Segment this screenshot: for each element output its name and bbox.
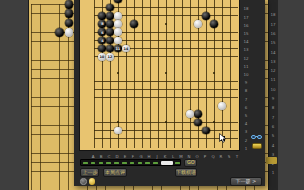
- row-number: 16: [244, 23, 249, 28]
- glasses-icon[interactable]: [251, 134, 263, 141]
- white-stone: [65, 28, 74, 37]
- column-label: C: [107, 154, 111, 159]
- move-number: 8: [101, 22, 103, 26]
- bg-row-number: 14: [271, 50, 276, 55]
- slider-tick: [138, 162, 143, 165]
- row-number: 15: [244, 31, 249, 36]
- row-number: 12: [244, 56, 249, 61]
- column-label: J: [155, 154, 159, 159]
- slider-tick: [175, 162, 180, 165]
- black-stone: [202, 12, 210, 20]
- main-go-window: 86411141012 ABCDEFGHJKLMNOPQRST 18171615…: [74, 0, 265, 186]
- black-stone: [65, 0, 74, 9]
- row-number: 7: [244, 97, 249, 102]
- slider-tick: [106, 162, 111, 165]
- column-label: B: [99, 154, 103, 159]
- column-label: E: [123, 154, 127, 159]
- move-number: 4: [101, 38, 103, 42]
- row-number: 6: [244, 105, 249, 110]
- black-stone: 6: [98, 28, 106, 36]
- bg-row-number: 12: [271, 68, 276, 73]
- row-number: 2: [244, 138, 249, 143]
- black-stone: [65, 9, 74, 18]
- black-stone: 4: [98, 37, 106, 45]
- yellow-stone-icon[interactable]: [89, 178, 96, 185]
- move-number: 14: [124, 46, 128, 50]
- move-number: 6: [101, 30, 103, 34]
- glasses-bridge: [256, 136, 259, 137]
- bg-row-number: 10: [271, 87, 276, 92]
- bg-row-number: 17: [271, 22, 276, 27]
- black-stone: [106, 28, 114, 36]
- move-number: 12: [108, 55, 112, 59]
- black-stone: [98, 12, 106, 20]
- bg-row-number: 5: [271, 133, 276, 138]
- row-number: 17: [244, 15, 249, 20]
- black-stone: [194, 119, 202, 127]
- black-stone: [106, 4, 114, 12]
- row-number: 9: [244, 80, 249, 85]
- column-label: N: [187, 154, 191, 159]
- slider-tick: [145, 162, 150, 165]
- mouse-cursor: [219, 133, 227, 143]
- white-stone: 14: [122, 45, 130, 53]
- column-label: L: [171, 154, 175, 159]
- row-number: 10: [244, 72, 249, 77]
- bg-row-number: 9: [271, 96, 276, 101]
- white-stone: [186, 110, 194, 118]
- black-stone: [106, 37, 114, 45]
- white-stone: [218, 102, 226, 110]
- column-label: T: [235, 154, 239, 159]
- column-label: R: [219, 154, 223, 159]
- review-button[interactable]: 本局点评: [103, 168, 127, 177]
- bg-row-number: 4: [271, 143, 276, 148]
- white-stone: [114, 20, 122, 28]
- gray-stone-icon[interactable]: [80, 178, 87, 185]
- row-number: 14: [244, 39, 249, 44]
- main-go-board[interactable]: 86411141012: [79, 0, 240, 151]
- slider-tick: [130, 162, 135, 165]
- column-label: M: [179, 154, 183, 159]
- row-number: 18: [244, 7, 249, 12]
- bg-row-number: 18: [271, 13, 276, 18]
- prev-move-button[interactable]: 上一步: [80, 168, 99, 177]
- black-stone: [194, 110, 202, 118]
- bg-row-number: 15: [271, 40, 276, 45]
- row-number: 11: [244, 64, 249, 69]
- bg-row-number: 1: [271, 171, 276, 176]
- black-stone: [210, 20, 218, 28]
- column-label: Q: [211, 154, 215, 159]
- next-problem-button[interactable]: 下一题 >: [230, 177, 262, 187]
- column-label: P: [203, 154, 207, 159]
- black-stone: [130, 20, 138, 28]
- black-stone: [106, 12, 114, 20]
- row-number: 4: [244, 121, 249, 126]
- go-button[interactable]: GO: [184, 159, 197, 167]
- star-point: [165, 23, 167, 25]
- next-problem-label: 下一题 >: [236, 178, 257, 185]
- bg-row-number: 13: [271, 59, 276, 64]
- column-label: G: [139, 154, 143, 159]
- row-number: 8: [244, 89, 249, 94]
- black-stone: [202, 127, 210, 135]
- slider-tick: [91, 162, 96, 165]
- bg-row-number: 8: [271, 106, 276, 111]
- slider-tick: [83, 162, 88, 165]
- black-stone: [106, 45, 114, 53]
- go-button-label: GO: [187, 160, 195, 166]
- desktop: 181716151413121110987654321 86411141012 …: [0, 0, 304, 190]
- bg-row-number: 16: [271, 31, 276, 36]
- move-number: 10: [100, 55, 104, 59]
- white-stone: [114, 37, 122, 45]
- white-stone: [114, 12, 122, 20]
- slider-tick: [122, 162, 127, 165]
- black-stone: 11: [114, 45, 122, 53]
- black-stone: [55, 28, 64, 37]
- column-label: O: [195, 154, 199, 159]
- column-label: S: [227, 154, 231, 159]
- column-label: F: [131, 154, 135, 159]
- bg-row-number: 6: [271, 124, 276, 129]
- black-stone: [106, 20, 114, 28]
- background-toolbar-fragment: [266, 157, 277, 164]
- move-number: 11: [116, 46, 120, 50]
- row-number: 3: [244, 130, 249, 135]
- prev-move-label: 上一步: [82, 169, 97, 176]
- bg-row-number: 11: [271, 78, 276, 83]
- black-stone: 8: [98, 20, 106, 28]
- row-number: 13: [244, 48, 249, 53]
- download-sgf-label: 下载棋谱: [176, 169, 196, 176]
- row-number: 1: [244, 146, 249, 151]
- slider-tick: [99, 162, 104, 165]
- white-stone: 12: [106, 53, 114, 61]
- white-stone: [114, 28, 122, 36]
- column-label: A: [91, 154, 95, 159]
- slider-tick: [153, 162, 158, 165]
- column-label: K: [163, 154, 167, 159]
- white-stone: [114, 127, 122, 135]
- row-number: 5: [244, 113, 249, 118]
- bg-row-number: 7: [271, 115, 276, 120]
- slider-handle[interactable]: [161, 161, 173, 166]
- move-slider[interactable]: [80, 159, 181, 166]
- download-sgf-button[interactable]: 下载棋谱: [175, 168, 197, 177]
- slider-tick: [114, 162, 119, 165]
- black-stone: [98, 45, 106, 53]
- bg-row-number: 3: [271, 152, 276, 157]
- yellow-badge-icon[interactable]: [252, 143, 263, 149]
- white-stone: [194, 20, 202, 28]
- column-label: D: [115, 154, 119, 159]
- column-label: H: [147, 154, 151, 159]
- white-stone: 10: [98, 53, 106, 61]
- review-label: 本局点评: [105, 169, 125, 176]
